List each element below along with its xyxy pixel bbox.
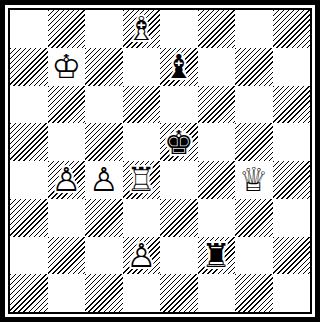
square-c8 bbox=[85, 10, 123, 48]
square-d6 bbox=[123, 86, 161, 124]
square-g2 bbox=[235, 237, 273, 275]
square-f7 bbox=[198, 48, 236, 86]
square-a8 bbox=[10, 10, 48, 48]
square-e5: ♚♚ bbox=[160, 123, 198, 161]
piece-glyph: ♔ bbox=[51, 50, 81, 83]
white-king-icon: ♚♔ bbox=[48, 48, 86, 86]
square-a5 bbox=[10, 123, 48, 161]
piece-glyph: ♖ bbox=[126, 163, 156, 196]
piece-glyph: ♙ bbox=[126, 239, 156, 272]
square-c7 bbox=[85, 48, 123, 86]
square-e2 bbox=[160, 237, 198, 275]
white-bishop-icon: ♝♗ bbox=[123, 10, 161, 48]
square-e6 bbox=[160, 86, 198, 124]
square-f1 bbox=[198, 274, 236, 312]
square-b8 bbox=[48, 10, 86, 48]
square-g7 bbox=[235, 48, 273, 86]
square-e7: ♝♝ bbox=[160, 48, 198, 86]
square-h5 bbox=[273, 123, 311, 161]
square-h4 bbox=[273, 161, 311, 199]
square-d1 bbox=[123, 274, 161, 312]
square-b5 bbox=[48, 123, 86, 161]
white-queen-icon: ♛♕ bbox=[235, 161, 273, 199]
square-b7: ♚♔ bbox=[48, 48, 86, 86]
square-d5 bbox=[123, 123, 161, 161]
square-d3 bbox=[123, 199, 161, 237]
piece-glyph: ♝ bbox=[164, 50, 194, 83]
square-b3 bbox=[48, 199, 86, 237]
square-c6 bbox=[85, 86, 123, 124]
square-b2 bbox=[48, 237, 86, 275]
square-h2 bbox=[273, 237, 311, 275]
square-f3 bbox=[198, 199, 236, 237]
square-b1 bbox=[48, 274, 86, 312]
square-g4: ♛♕ bbox=[235, 161, 273, 199]
square-c3 bbox=[85, 199, 123, 237]
square-b6 bbox=[48, 86, 86, 124]
square-e3 bbox=[160, 199, 198, 237]
square-c4: ♟♙ bbox=[85, 161, 123, 199]
square-h7 bbox=[273, 48, 311, 86]
chess-diagram: ♝♗♚♔♝♝♚♚♟♙♟♙♜♖♛♕♟♙♜♜ bbox=[0, 0, 320, 322]
square-a7 bbox=[10, 48, 48, 86]
square-b4: ♟♙ bbox=[48, 161, 86, 199]
square-a6 bbox=[10, 86, 48, 124]
square-d2: ♟♙ bbox=[123, 237, 161, 275]
black-bishop-icon: ♝♝ bbox=[160, 48, 198, 86]
black-rook-icon: ♜♜ bbox=[198, 237, 236, 275]
square-g8 bbox=[235, 10, 273, 48]
square-a2 bbox=[10, 237, 48, 275]
piece-glyph: ♙ bbox=[89, 163, 119, 196]
square-f4 bbox=[198, 161, 236, 199]
square-a1 bbox=[10, 274, 48, 312]
square-e8 bbox=[160, 10, 198, 48]
square-h1 bbox=[273, 274, 311, 312]
square-f8 bbox=[198, 10, 236, 48]
square-e1 bbox=[160, 274, 198, 312]
square-h6 bbox=[273, 86, 311, 124]
square-a4 bbox=[10, 161, 48, 199]
square-g6 bbox=[235, 86, 273, 124]
piece-glyph: ♕ bbox=[239, 163, 269, 196]
white-pawn-icon: ♟♙ bbox=[123, 237, 161, 275]
square-g1 bbox=[235, 274, 273, 312]
square-c5 bbox=[85, 123, 123, 161]
chess-board: ♝♗♚♔♝♝♚♚♟♙♟♙♜♖♛♕♟♙♜♜ bbox=[8, 8, 312, 314]
square-c1 bbox=[85, 274, 123, 312]
square-a3 bbox=[10, 199, 48, 237]
square-f2: ♜♜ bbox=[198, 237, 236, 275]
white-rook-icon: ♜♖ bbox=[123, 161, 161, 199]
square-d7 bbox=[123, 48, 161, 86]
square-g5 bbox=[235, 123, 273, 161]
square-f5 bbox=[198, 123, 236, 161]
square-h8 bbox=[273, 10, 311, 48]
square-c2 bbox=[85, 237, 123, 275]
square-e4 bbox=[160, 161, 198, 199]
square-d4: ♜♖ bbox=[123, 161, 161, 199]
black-king-icon: ♚♚ bbox=[160, 123, 198, 161]
piece-glyph: ♜ bbox=[201, 239, 231, 272]
square-g3 bbox=[235, 199, 273, 237]
piece-glyph: ♗ bbox=[126, 12, 156, 45]
square-d8: ♝♗ bbox=[123, 10, 161, 48]
piece-glyph: ♚ bbox=[164, 126, 194, 159]
white-pawn-icon: ♟♙ bbox=[85, 161, 123, 199]
piece-glyph: ♙ bbox=[51, 163, 81, 196]
square-f6 bbox=[198, 86, 236, 124]
white-pawn-icon: ♟♙ bbox=[48, 161, 86, 199]
square-h3 bbox=[273, 199, 311, 237]
